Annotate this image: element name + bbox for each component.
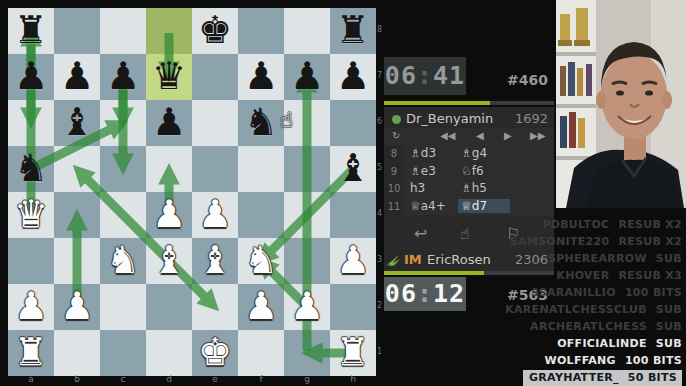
patron-wing-icon [386,253,402,267]
file-label-c: c [100,374,146,384]
square-b5[interactable] [54,146,100,192]
square-b3[interactable] [54,238,100,284]
player-top-row: Dr_Benyamin 1692 [384,109,554,129]
file-label-b: b [54,374,100,384]
white-bishop-d3[interactable]: ♝ [146,238,192,284]
move-black-8[interactable]: ♗g4 [458,146,510,160]
move-list: ↻ ◀◀ ◀ ▶ ▶▶ 8♗d3♗g49♗e3♘f610h3♗h511♕a4+♕… [384,128,554,215]
event-detail: 100 BITS [625,354,682,367]
white-queen-a4[interactable]: ♛ [8,192,54,238]
square-f1[interactable] [238,330,284,376]
event-name: OFFICIALINDE [557,337,647,350]
square-c4[interactable] [100,192,146,238]
square-g3[interactable] [284,238,330,284]
event-detail: RESUB X2 [618,218,682,231]
event-row-karenatlchessclub: KARENATLCHESSCLUBSUB [420,301,682,318]
square-d5[interactable] [146,146,192,192]
online-dot-icon [392,115,401,124]
viewer-count-top: #460 [507,72,548,88]
event-name: GRAYHATTER_ [529,371,619,384]
square-b4[interactable] [54,192,100,238]
clock-top: 06:41 [384,57,466,95]
player-top-rating: 1692 [515,111,548,126]
move-white-10[interactable]: h3 [410,181,456,195]
event-detail: SUB [656,320,682,333]
white-bishop-e3[interactable]: ♝ [192,238,238,284]
event-row-khover: KHOVERRESUB X3 [420,267,682,284]
event-name: ARCHERATLCHESS [530,320,647,333]
square-g5[interactable] [284,146,330,192]
event-detail: 50 BITS [628,371,677,384]
event-name: SSARANILLIO [531,286,616,299]
event-row-spherearrow: SPHEREARROWSUB [420,250,682,267]
white-knight-f3[interactable]: ♞ [238,238,284,284]
event-detail: 100 BITS [625,286,682,299]
white-pawn-g2[interactable]: ♟ [284,284,330,330]
black-pawn-f7[interactable]: ♟ [238,54,284,100]
square-d8[interactable] [146,8,192,54]
move-white-9[interactable]: ♗e3 [410,164,456,178]
square-f8[interactable] [238,8,284,54]
event-detail: SUB [656,252,682,265]
black-pawn-c7[interactable]: ♟ [100,54,146,100]
move-white-11[interactable]: ♕a4+ [410,199,456,213]
square-e2[interactable] [192,284,238,330]
square-a3[interactable] [8,238,54,284]
file-label-a: a [8,374,54,384]
event-detail: RESUB X3 [618,269,682,282]
last-move-button[interactable]: ▶▶ [530,130,545,141]
move-number: 10 [384,180,404,197]
move-number: 11 [384,198,404,215]
white-pawn-f2[interactable]: ♟ [238,284,284,330]
event-name: PDBULTOC [542,218,609,231]
black-bishop-b6[interactable]: ♝ [54,100,100,146]
square-h4[interactable] [330,192,376,238]
square-e6[interactable] [192,100,238,146]
event-row-officialinde: OFFICIALINDESUB [420,335,682,352]
white-pawn-h3[interactable]: ♟ [330,238,376,284]
black-knight-f6[interactable]: ♞ [238,100,284,146]
file-label-d: d [146,374,192,384]
white-king-e1[interactable]: ♚ [192,330,238,376]
event-name: WOLFFANG [544,354,615,367]
event-detail: RESUB X2 [618,235,682,248]
file-label-h: h [330,374,376,384]
event-row-ssaranillio: SSARANILLIO100 BITS [420,284,682,301]
move-row-10: 10h3♗h5 [384,180,554,197]
square-d1[interactable] [146,330,192,376]
square-a6[interactable] [8,100,54,146]
event-name: KHOVER [556,269,609,282]
square-g6[interactable] [284,100,330,146]
white-knight-c3[interactable]: ♞ [100,238,146,284]
event-row-archeratlchess: ARCHERATLCHESSSUB [420,318,682,335]
black-knight-a5[interactable]: ♞ [8,146,54,192]
move-black-11[interactable]: ♕d7 [458,199,510,213]
white-pawn-d4[interactable]: ♟ [146,192,192,238]
event-row-wolffang: WOLFFANG100 BITS [420,352,682,369]
chess-board-area: ☝ ♜♚♜♟♟♟♛♟♟♟♝♟♞♞♝♛♟♟♞♝♝♞♟♟♟♟♟♜♚♜ [8,8,376,376]
black-pawn-a7[interactable]: ♟ [8,54,54,100]
square-c8[interactable] [100,8,146,54]
event-name: KARENATLCHESSCLUB [505,303,647,316]
black-bishop-h5[interactable]: ♝ [330,146,376,192]
move-number: 8 [384,145,404,162]
file-label-g: g [284,374,330,384]
event-name: SPHEREARROW [548,252,647,265]
square-h6[interactable] [330,100,376,146]
black-pawn-h7[interactable]: ♟ [330,54,376,100]
square-d2[interactable] [146,284,192,330]
move-black-9[interactable]: ♘f6 [458,164,510,178]
square-e7[interactable] [192,54,238,100]
black-rook-h8[interactable]: ♜ [330,8,376,54]
square-b1[interactable] [54,330,100,376]
square-c1[interactable] [100,330,146,376]
square-g1[interactable] [284,330,330,376]
white-pawn-a2[interactable]: ♟ [8,284,54,330]
black-pawn-g7[interactable]: ♟ [284,54,330,100]
white-rook-a1[interactable]: ♜ [8,330,54,376]
square-c2[interactable] [100,284,146,330]
square-e5[interactable] [192,146,238,192]
white-pawn-b2[interactable]: ♟ [54,284,100,330]
square-c5[interactable] [100,146,146,192]
black-pawn-b7[interactable]: ♟ [54,54,100,100]
move-white-8[interactable]: ♗d3 [410,146,456,160]
black-king-e8[interactable]: ♚ [192,8,238,54]
square-g4[interactable] [284,192,330,238]
first-move-button[interactable]: ◀◀ [440,130,455,141]
square-f4[interactable] [238,192,284,238]
prev-move-button[interactable]: ◀ [476,130,484,141]
square-f5[interactable] [238,146,284,192]
white-pawn-e4[interactable]: ♟ [192,192,238,238]
square-b8[interactable] [54,8,100,54]
move-row-8: 8♗d3♗g4 [384,145,554,162]
event-list: PDBULTOCRESUB X2SAMSONITE220RESUB X2SPHE… [420,216,682,386]
move-row-9: 9♗e3♘f6 [384,163,554,180]
cycle-icon[interactable]: ↻ [392,130,400,141]
event-detail: SUB [656,303,682,316]
next-move-button[interactable]: ▶ [504,130,512,141]
black-queen-d7[interactable]: ♛ [146,54,192,100]
square-g8[interactable] [284,8,330,54]
webcam-feed [556,0,686,208]
move-number: 9 [384,163,404,180]
event-detail: SUB [656,337,682,350]
event-row-samsonite220: SAMSONITE220RESUB X2 [420,233,682,250]
move-black-10[interactable]: ♗h5 [458,181,510,195]
progress-bar-top [384,101,554,105]
event-row-grayhatter_: GRAYHATTER_50 BITS [420,369,682,386]
event-name: SAMSONITE220 [510,235,610,248]
player-top-name[interactable]: Dr_Benyamin [406,111,493,126]
white-rook-h1[interactable]: ♜ [330,330,376,376]
move-nav: ↻ ◀◀ ◀ ▶ ▶▶ [384,128,554,145]
move-row-11: 11♕a4+♕d7 [384,198,554,215]
square-h2[interactable] [330,284,376,330]
file-label-e: e [192,374,238,384]
square-c6[interactable] [100,100,146,146]
black-pawn-d6[interactable]: ♟ [146,100,192,146]
black-rook-a8[interactable]: ♜ [8,8,54,54]
event-row-pdbultoc: PDBULTOCRESUB X2 [420,216,682,233]
file-label-f: f [238,374,284,384]
